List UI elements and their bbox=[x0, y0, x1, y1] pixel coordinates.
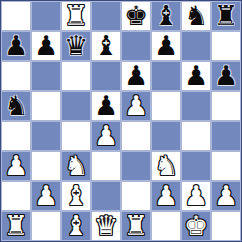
square-d2[interactable] bbox=[91, 181, 121, 211]
white-pawn[interactable]: ♟ bbox=[214, 182, 238, 209]
square-e1[interactable]: ♜ bbox=[121, 211, 151, 241]
white-rook[interactable]: ♜ bbox=[64, 2, 88, 29]
square-g4[interactable] bbox=[181, 121, 211, 151]
square-f3[interactable]: ♞ bbox=[151, 151, 181, 181]
black-queen[interactable]: ♛ bbox=[64, 32, 88, 59]
square-f1[interactable] bbox=[151, 211, 181, 241]
square-e3[interactable] bbox=[121, 151, 151, 181]
square-a2[interactable] bbox=[1, 181, 31, 211]
square-h8[interactable]: ♜ bbox=[211, 1, 241, 31]
square-h2[interactable]: ♟ bbox=[211, 181, 241, 211]
square-f5[interactable] bbox=[151, 91, 181, 121]
square-c4[interactable] bbox=[61, 121, 91, 151]
square-g2[interactable]: ♟ bbox=[181, 181, 211, 211]
white-knight[interactable]: ♞ bbox=[154, 152, 178, 179]
square-a8[interactable] bbox=[1, 1, 31, 31]
square-c8[interactable]: ♜ bbox=[61, 1, 91, 31]
black-rook[interactable]: ♜ bbox=[214, 2, 238, 29]
white-pawn[interactable]: ♟ bbox=[94, 122, 118, 149]
white-pawn[interactable]: ♟ bbox=[4, 152, 28, 179]
square-e8[interactable]: ♚ bbox=[121, 1, 151, 31]
square-a4[interactable] bbox=[1, 121, 31, 151]
square-g1[interactable]: ♚ bbox=[181, 211, 211, 241]
square-a7[interactable]: ♟ bbox=[1, 31, 31, 61]
square-e6[interactable]: ♟ bbox=[121, 61, 151, 91]
square-b2[interactable]: ♟ bbox=[31, 181, 61, 211]
square-d4[interactable]: ♟ bbox=[91, 121, 121, 151]
black-pawn[interactable]: ♟ bbox=[94, 92, 118, 119]
square-e5[interactable]: ♟ bbox=[121, 91, 151, 121]
white-pawn[interactable]: ♟ bbox=[124, 92, 148, 119]
square-c5[interactable] bbox=[61, 91, 91, 121]
white-pawn[interactable]: ♟ bbox=[184, 182, 208, 209]
square-g7[interactable] bbox=[181, 31, 211, 61]
square-f4[interactable] bbox=[151, 121, 181, 151]
white-rook[interactable]: ♜ bbox=[4, 212, 28, 239]
square-f8[interactable]: ♝ bbox=[151, 1, 181, 31]
square-g3[interactable] bbox=[181, 151, 211, 181]
square-h5[interactable] bbox=[211, 91, 241, 121]
square-b5[interactable] bbox=[31, 91, 61, 121]
square-h3[interactable] bbox=[211, 151, 241, 181]
square-b3[interactable] bbox=[31, 151, 61, 181]
square-h6[interactable]: ♟ bbox=[211, 61, 241, 91]
square-a1[interactable]: ♜ bbox=[1, 211, 31, 241]
square-d3[interactable] bbox=[91, 151, 121, 181]
black-bishop[interactable]: ♝ bbox=[94, 32, 118, 59]
square-h4[interactable] bbox=[211, 121, 241, 151]
black-knight[interactable]: ♞ bbox=[4, 92, 28, 119]
black-pawn[interactable]: ♟ bbox=[214, 62, 238, 89]
square-f6[interactable] bbox=[151, 61, 181, 91]
square-b1[interactable] bbox=[31, 211, 61, 241]
square-b6[interactable] bbox=[31, 61, 61, 91]
black-king[interactable]: ♚ bbox=[124, 2, 148, 29]
square-g5[interactable] bbox=[181, 91, 211, 121]
white-pawn[interactable]: ♟ bbox=[34, 182, 58, 209]
white-king[interactable]: ♚ bbox=[184, 212, 208, 239]
white-bishop[interactable]: ♝ bbox=[64, 212, 88, 239]
black-bishop[interactable]: ♝ bbox=[154, 2, 178, 29]
square-f7[interactable]: ♟ bbox=[151, 31, 181, 61]
chess-app: ♜♚♝♞♜♟♟♛♝♟♟♟♟♞♟♟♟♟♞♞♟♝♟♟♟♜♝♛♜♚ bbox=[0, 0, 242, 242]
square-d6[interactable] bbox=[91, 61, 121, 91]
square-e2[interactable] bbox=[121, 181, 151, 211]
white-queen[interactable]: ♛ bbox=[94, 212, 118, 239]
square-g6[interactable]: ♟ bbox=[181, 61, 211, 91]
square-h7[interactable] bbox=[211, 31, 241, 61]
white-pawn[interactable]: ♟ bbox=[154, 182, 178, 209]
white-knight[interactable]: ♞ bbox=[64, 152, 88, 179]
white-bishop[interactable]: ♝ bbox=[64, 182, 88, 209]
square-e7[interactable] bbox=[121, 31, 151, 61]
square-c6[interactable] bbox=[61, 61, 91, 91]
square-g8[interactable]: ♞ bbox=[181, 1, 211, 31]
square-c2[interactable]: ♝ bbox=[61, 181, 91, 211]
chess-board: ♜♚♝♞♜♟♟♛♝♟♟♟♟♞♟♟♟♟♞♞♟♝♟♟♟♜♝♛♜♚ bbox=[0, 0, 242, 242]
black-pawn[interactable]: ♟ bbox=[184, 62, 208, 89]
square-h1[interactable] bbox=[211, 211, 241, 241]
square-a3[interactable]: ♟ bbox=[1, 151, 31, 181]
square-a6[interactable] bbox=[1, 61, 31, 91]
square-d5[interactable]: ♟ bbox=[91, 91, 121, 121]
square-d8[interactable] bbox=[91, 1, 121, 31]
square-b4[interactable] bbox=[31, 121, 61, 151]
square-c1[interactable]: ♝ bbox=[61, 211, 91, 241]
square-c7[interactable]: ♛ bbox=[61, 31, 91, 61]
square-b8[interactable] bbox=[31, 1, 61, 31]
white-rook[interactable]: ♜ bbox=[124, 212, 148, 239]
square-e4[interactable] bbox=[121, 121, 151, 151]
square-d1[interactable]: ♛ bbox=[91, 211, 121, 241]
black-pawn[interactable]: ♟ bbox=[154, 32, 178, 59]
square-b7[interactable]: ♟ bbox=[31, 31, 61, 61]
square-f2[interactable]: ♟ bbox=[151, 181, 181, 211]
black-knight[interactable]: ♞ bbox=[184, 2, 208, 29]
black-pawn[interactable]: ♟ bbox=[124, 62, 148, 89]
square-a5[interactable]: ♞ bbox=[1, 91, 31, 121]
black-pawn[interactable]: ♟ bbox=[34, 32, 58, 59]
square-d7[interactable]: ♝ bbox=[91, 31, 121, 61]
square-c3[interactable]: ♞ bbox=[61, 151, 91, 181]
black-pawn[interactable]: ♟ bbox=[4, 32, 28, 59]
